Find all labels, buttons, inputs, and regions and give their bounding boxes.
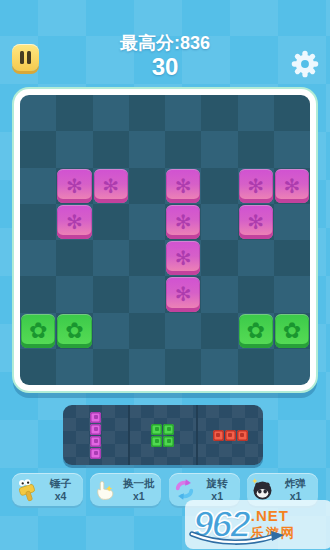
hammer-label: 锤子 <box>40 477 81 490</box>
pink-flower-glyph: ✻ <box>247 212 264 232</box>
red-mini-block <box>213 430 224 441</box>
swap-batch-label: 换一批 <box>118 477 159 490</box>
hammer-count: x4 <box>40 490 81 503</box>
pink-tile[interactable]: ✻ <box>239 205 273 239</box>
board-cell-r2c2[interactable]: ✻ <box>93 168 129 204</box>
board-cell-r7c7[interactable] <box>274 349 310 385</box>
board-cell-r6c0[interactable]: ✿ <box>20 313 56 349</box>
green-tile[interactable]: ✿ <box>275 314 309 348</box>
board-cell-r6c7[interactable]: ✿ <box>274 313 310 349</box>
board-cell-r5c7[interactable] <box>274 276 310 312</box>
pink-mini-block <box>90 424 101 435</box>
board-cell-r3c2[interactable] <box>93 204 129 240</box>
pink-flower-glyph: ✻ <box>66 176 83 196</box>
mini-block-dot <box>94 415 98 419</box>
board-cell-r2c1[interactable]: ✻ <box>56 168 92 204</box>
high-score-label: 最高分:836 <box>0 31 330 55</box>
board-cell-r6c5[interactable] <box>201 313 237 349</box>
mini-block-dot <box>228 433 232 437</box>
board-cell-r3c7[interactable] <box>274 204 310 240</box>
red-mini-block <box>237 430 248 441</box>
board-cell-r6c4[interactable] <box>165 313 201 349</box>
board-cell-r1c5[interactable] <box>201 131 237 167</box>
board-cell-r5c0[interactable] <box>20 276 56 312</box>
board-cell-r2c6[interactable]: ✻ <box>238 168 274 204</box>
green-mini-block <box>163 436 174 447</box>
pink-mini-block <box>90 436 101 447</box>
green-mini-block <box>151 424 162 435</box>
board-cell-r7c2[interactable] <box>93 349 129 385</box>
board-cell-r1c2[interactable] <box>93 131 129 167</box>
pink-flower-glyph: ✻ <box>175 176 192 196</box>
board-cell-r3c6[interactable]: ✻ <box>238 204 274 240</box>
board-cell-r2c5[interactable] <box>201 168 237 204</box>
pink-flower-glyph: ✻ <box>102 176 119 196</box>
board-cell-r5c2[interactable] <box>93 276 129 312</box>
board-cell-r6c2[interactable] <box>93 313 129 349</box>
green-flower-glyph: ✿ <box>246 320 264 342</box>
board-cell-r6c6[interactable]: ✿ <box>238 313 274 349</box>
pink-tile[interactable]: ✻ <box>94 169 128 203</box>
green-mini-block <box>151 436 162 447</box>
board-cell-r4c5[interactable] <box>201 240 237 276</box>
board-cell-r1c3[interactable] <box>129 131 165 167</box>
board-cell-r1c7[interactable] <box>274 131 310 167</box>
settings-gear-icon[interactable] <box>290 49 320 79</box>
bomb-icon <box>250 477 275 502</box>
pink-mini-block <box>90 412 101 423</box>
board-cell-r7c3[interactable] <box>129 349 165 385</box>
board-cell-r1c0[interactable] <box>20 131 56 167</box>
pink-flower-glyph: ✻ <box>247 176 264 196</box>
board-cell-r7c5[interactable] <box>201 349 237 385</box>
watermark-net: .NET <box>251 508 289 525</box>
rotate-label: 旋转 <box>197 477 238 490</box>
green-tile[interactable]: ✿ <box>57 314 91 348</box>
board-cell-r0c7[interactable] <box>274 95 310 131</box>
board-cell-r7c4[interactable] <box>165 349 201 385</box>
mini-block-dot <box>167 439 171 443</box>
pink-tile[interactable]: ✻ <box>275 169 309 203</box>
board-cell-r5c6[interactable] <box>238 276 274 312</box>
board-cell-r7c0[interactable] <box>20 349 56 385</box>
red-piece[interactable] <box>213 430 248 441</box>
board-cell-r3c5[interactable] <box>201 204 237 240</box>
board-cell-r4c3[interactable] <box>129 240 165 276</box>
watermark-swoosh-icon <box>189 530 285 546</box>
green-tile[interactable]: ✿ <box>21 314 55 348</box>
board-cell-r6c1[interactable]: ✿ <box>56 313 92 349</box>
board-cell-r4c7[interactable] <box>274 240 310 276</box>
pink-tile[interactable]: ✻ <box>239 169 273 203</box>
board-cell-r1c4[interactable] <box>165 131 201 167</box>
watermark-962net: 962 .NET 乐游网 <box>185 500 330 549</box>
glove-icon <box>93 477 118 502</box>
board-cell-r4c4[interactable]: ✻ <box>165 240 201 276</box>
board-cell-r0c1[interactable] <box>56 95 92 131</box>
mini-block-dot <box>94 451 98 455</box>
board-cell-r3c1[interactable]: ✻ <box>56 204 92 240</box>
pink-flower-glyph: ✻ <box>283 176 300 196</box>
tray-slot-3[interactable] <box>196 405 263 465</box>
pink-tile[interactable]: ✻ <box>166 205 200 239</box>
swap-batch-count: x1 <box>118 490 159 503</box>
board-cell-r0c6[interactable] <box>238 95 274 131</box>
board-cell-r0c4[interactable] <box>165 95 201 131</box>
pink-tile[interactable]: ✻ <box>166 277 200 311</box>
board-cell-r4c6[interactable] <box>238 240 274 276</box>
board-cell-r2c0[interactable] <box>20 168 56 204</box>
pink-flower-glyph: ✻ <box>66 212 83 232</box>
board-cell-r0c2[interactable] <box>93 95 129 131</box>
tray-slot-2[interactable] <box>128 405 195 465</box>
board-cell-r7c6[interactable] <box>238 349 274 385</box>
mini-block-dot <box>94 439 98 443</box>
board-cell-r2c4[interactable]: ✻ <box>165 168 201 204</box>
red-mini-block <box>225 430 236 441</box>
board-cell-r7c1[interactable] <box>56 349 92 385</box>
board-cell-r6c3[interactable] <box>129 313 165 349</box>
board-cell-r1c1[interactable] <box>56 131 92 167</box>
pink-flower-glyph: ✻ <box>175 212 192 232</box>
board-cell-r5c5[interactable] <box>201 276 237 312</box>
pink-flower-glyph: ✻ <box>175 248 192 268</box>
board-cell-r1c6[interactable] <box>238 131 274 167</box>
board-cell-r3c4[interactable]: ✻ <box>165 204 201 240</box>
board-cell-r0c3[interactable] <box>129 95 165 131</box>
board-cell-r3c0[interactable] <box>20 204 56 240</box>
board-cell-r5c3[interactable] <box>129 276 165 312</box>
green-piece[interactable] <box>151 424 174 447</box>
game-board-frame: ✻✻✻✻✻✻✻✻✻✻✿✿✿✿ <box>14 89 316 391</box>
board-cell-r0c0[interactable] <box>20 95 56 131</box>
green-mini-block <box>163 424 174 435</box>
board-cell-r4c0[interactable] <box>20 240 56 276</box>
board-cell-r0c5[interactable] <box>201 95 237 131</box>
green-tile[interactable]: ✿ <box>239 314 273 348</box>
bomb-label: 炸弹 <box>275 477 316 490</box>
board-cell-r5c1[interactable] <box>56 276 92 312</box>
board-cell-r5c4[interactable]: ✻ <box>165 276 201 312</box>
swap-batch-button[interactable]: 换一批 x1 <box>90 473 161 506</box>
board-grid: ✻✻✻✻✻✻✻✻✻✻✿✿✿✿ <box>20 95 310 385</box>
pink-tile[interactable]: ✻ <box>166 241 200 275</box>
current-score: 30 <box>0 53 330 81</box>
pink-mini-block <box>90 448 101 459</box>
board-cell-r3c3[interactable] <box>129 204 165 240</box>
board-cell-r2c7[interactable]: ✻ <box>274 168 310 204</box>
game-screen: 最高分:836 30 ✻✻✻✻✻✻✻✻✻✻✿✿✿✿ <box>0 0 330 550</box>
green-flower-glyph: ✿ <box>65 320 83 342</box>
hammer-icon <box>15 477 40 502</box>
board-cell-r4c1[interactable] <box>56 240 92 276</box>
board-cell-r2c3[interactable] <box>129 168 165 204</box>
hammer-button[interactable]: 锤子 x4 <box>12 473 83 506</box>
green-flower-glyph: ✿ <box>29 320 47 342</box>
mini-block-dot <box>167 427 171 431</box>
mini-block-dot <box>155 439 159 443</box>
pink-tile[interactable]: ✻ <box>57 205 91 239</box>
rotate-icon <box>172 477 197 502</box>
mini-block-dot <box>94 427 98 431</box>
pink-flower-glyph: ✻ <box>175 284 192 304</box>
tray-slot-1[interactable] <box>63 405 128 465</box>
board-cell-r4c2[interactable] <box>93 240 129 276</box>
next-pieces-tray <box>63 405 263 465</box>
mini-block-dot <box>216 433 220 437</box>
green-flower-glyph: ✿ <box>283 320 301 342</box>
mini-block-dot <box>155 427 159 431</box>
mini-block-dot <box>240 433 244 437</box>
pink-tile[interactable]: ✻ <box>57 169 91 203</box>
pink-tile[interactable]: ✻ <box>166 169 200 203</box>
pink-piece[interactable] <box>90 412 101 459</box>
